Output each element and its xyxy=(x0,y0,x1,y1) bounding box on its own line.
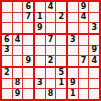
cell-r8c3[interactable] xyxy=(23,79,33,89)
cell-r8c6[interactable]: 1 xyxy=(56,79,66,89)
block-0-2: 943 xyxy=(68,2,99,33)
cell-r6c3[interactable]: 9 xyxy=(23,56,33,66)
cell-r2c8[interactable]: 4 xyxy=(79,13,89,23)
cell-r7c2[interactable] xyxy=(13,68,23,78)
cell-r7c7[interactable] xyxy=(68,68,78,78)
cell-r5c4[interactable] xyxy=(35,46,45,56)
block-2-2: 91 xyxy=(68,68,99,99)
cell-r5c6[interactable] xyxy=(56,46,66,56)
cell-r1c9[interactable] xyxy=(89,2,99,12)
cell-r3c1[interactable] xyxy=(2,23,12,33)
cell-r7c8[interactable] xyxy=(79,68,89,78)
cell-r1c8[interactable]: 9 xyxy=(79,2,89,12)
cell-r9c9[interactable] xyxy=(89,89,99,99)
cell-r7c1[interactable]: 2 xyxy=(2,68,12,78)
cell-r3c5[interactable] xyxy=(46,23,56,33)
cell-r9c2[interactable]: 9 xyxy=(13,89,23,99)
cell-r7c5[interactable] xyxy=(46,68,56,78)
cell-r4c4[interactable] xyxy=(35,35,45,45)
cell-r6c8[interactable]: 7 xyxy=(79,56,89,66)
cell-r8c4[interactable]: 3 xyxy=(35,79,45,89)
cell-r2c6[interactable]: 2 xyxy=(56,13,66,23)
block-0-1: 4129 xyxy=(35,2,66,33)
cell-r9c8[interactable] xyxy=(79,89,89,99)
cell-r5c5[interactable] xyxy=(46,46,56,56)
cell-r9c7[interactable]: 1 xyxy=(68,89,78,99)
cell-r3c3[interactable] xyxy=(23,23,33,33)
cell-r4c8[interactable] xyxy=(79,35,89,45)
block-1-1: 72 xyxy=(35,35,66,66)
cell-r2c1[interactable] xyxy=(2,13,12,23)
cell-r4c1[interactable]: 6 xyxy=(2,35,12,45)
cell-r4c7[interactable]: 3 xyxy=(68,35,78,45)
cell-r4c6[interactable] xyxy=(56,35,66,45)
block-1-0: 6439 xyxy=(2,35,33,66)
cell-r2c7[interactable] xyxy=(68,13,78,23)
cell-r4c2[interactable]: 4 xyxy=(13,35,23,45)
cell-r3c7[interactable] xyxy=(68,23,78,33)
cell-r5c1[interactable]: 3 xyxy=(2,46,12,56)
cell-r2c2[interactable] xyxy=(13,13,23,23)
sudoku-board: 6741299436439723974289531891 xyxy=(0,0,101,101)
cell-r2c4[interactable]: 1 xyxy=(35,13,45,23)
cell-r6c2[interactable] xyxy=(13,56,23,66)
cell-r9c5[interactable]: 8 xyxy=(46,89,56,99)
cell-r9c3[interactable] xyxy=(23,89,33,99)
cell-r4c9[interactable] xyxy=(89,35,99,45)
cell-r1c1[interactable] xyxy=(2,2,12,12)
cell-r7c3[interactable] xyxy=(23,68,33,78)
cell-r3c8[interactable] xyxy=(79,23,89,33)
cell-r1c5[interactable]: 4 xyxy=(46,2,56,12)
cell-r2c3[interactable]: 7 xyxy=(23,13,33,23)
cell-r3c4[interactable]: 9 xyxy=(35,23,45,33)
cell-r9c4[interactable] xyxy=(35,89,45,99)
cell-r1c4[interactable] xyxy=(35,2,45,12)
cell-r9c6[interactable] xyxy=(56,89,66,99)
block-1-2: 3974 xyxy=(68,35,99,66)
cell-r5c7[interactable] xyxy=(68,46,78,56)
cell-r3c9[interactable]: 3 xyxy=(89,23,99,33)
cell-r5c3[interactable] xyxy=(23,46,33,56)
block-2-1: 5318 xyxy=(35,68,66,99)
cell-r4c3[interactable] xyxy=(23,35,33,45)
cell-r8c1[interactable] xyxy=(2,79,12,89)
cell-r3c6[interactable] xyxy=(56,23,66,33)
cell-r6c4[interactable] xyxy=(35,56,45,66)
cell-r6c6[interactable] xyxy=(56,56,66,66)
block-0-0: 67 xyxy=(2,2,33,33)
cell-r6c7[interactable] xyxy=(68,56,78,66)
cell-r7c6[interactable]: 5 xyxy=(56,68,66,78)
cell-r1c6[interactable] xyxy=(56,2,66,12)
cell-r9c1[interactable] xyxy=(2,89,12,99)
cell-r8c9[interactable] xyxy=(89,79,99,89)
cell-r3c2[interactable] xyxy=(13,23,23,33)
cell-r6c1[interactable] xyxy=(2,56,12,66)
cell-r7c9[interactable] xyxy=(89,68,99,78)
cell-r1c7[interactable] xyxy=(68,2,78,12)
cell-r6c5[interactable]: 2 xyxy=(46,56,56,66)
cell-r8c2[interactable]: 8 xyxy=(13,79,23,89)
block-2-0: 289 xyxy=(2,68,33,99)
cell-r1c3[interactable]: 6 xyxy=(23,2,33,12)
cell-r5c8[interactable] xyxy=(79,46,89,56)
cell-r8c5[interactable] xyxy=(46,79,56,89)
cell-r2c9[interactable] xyxy=(89,13,99,23)
cell-r4c5[interactable]: 7 xyxy=(46,35,56,45)
cell-r8c8[interactable] xyxy=(79,79,89,89)
cell-r6c9[interactable]: 4 xyxy=(89,56,99,66)
cell-r1c2[interactable] xyxy=(13,2,23,12)
cell-r5c2[interactable] xyxy=(13,46,23,56)
cell-r5c9[interactable]: 9 xyxy=(89,46,99,56)
cell-r7c4[interactable] xyxy=(35,68,45,78)
cell-r8c7[interactable]: 9 xyxy=(68,79,78,89)
cell-r2c5[interactable] xyxy=(46,13,56,23)
